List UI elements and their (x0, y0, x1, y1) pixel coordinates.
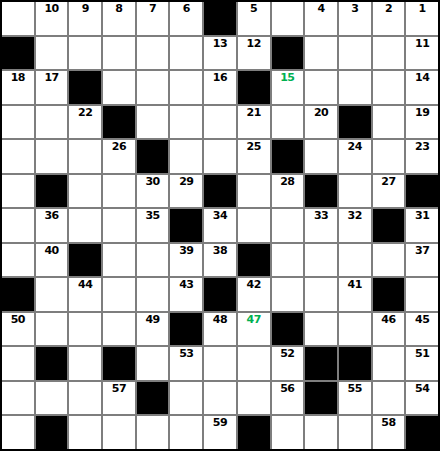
cell-r1c9[interactable] (272, 2, 304, 35)
clue-number-58: 58 (373, 416, 405, 429)
clue-number-25: 25 (238, 140, 270, 153)
clue-number-24: 24 (339, 140, 371, 153)
cell-r5c4[interactable]: 26 (103, 140, 135, 173)
cell-r8c13[interactable]: 37 (406, 244, 438, 277)
cell-r6c6[interactable]: 29 (170, 175, 202, 208)
cell-r7c2[interactable]: 36 (36, 209, 68, 242)
cell-r2c2[interactable] (36, 37, 68, 70)
cell-r8c9[interactable] (272, 244, 304, 277)
cell-r2c5[interactable] (137, 37, 169, 70)
cell-r5c3[interactable] (69, 140, 101, 173)
clue-number-16: 16 (204, 71, 236, 84)
cell-r2c10[interactable] (305, 37, 337, 70)
clue-number-23: 23 (406, 140, 438, 153)
cell-r12c3[interactable] (69, 382, 101, 415)
cell-r1c3[interactable]: 9 (69, 2, 101, 35)
cell-r1c12[interactable]: 2 (373, 2, 405, 35)
cell-r12c4[interactable]: 57 (103, 382, 135, 415)
clue-number-52: 52 (272, 347, 304, 360)
cell-r8c2[interactable]: 40 (36, 244, 68, 277)
black-cell-r11c2 (36, 347, 68, 380)
cell-r4c1[interactable] (2, 106, 34, 139)
cell-r12c12[interactable] (373, 382, 405, 415)
cell-r6c9[interactable]: 28 (272, 175, 304, 208)
clue-number-34: 34 (204, 209, 236, 222)
black-cell-r11c4 (103, 347, 135, 380)
cell-r12c11[interactable]: 55 (339, 382, 371, 415)
clue-number-1: 1 (406, 2, 438, 15)
clue-number-11: 11 (406, 37, 438, 50)
clue-number-20: 20 (305, 106, 337, 119)
clue-number-30: 30 (137, 175, 169, 188)
black-cell-r9c7 (204, 278, 236, 311)
clue-number-19: 19 (406, 106, 438, 119)
clue-number-44: 44 (69, 278, 101, 291)
black-cell-r13c13 (406, 416, 438, 449)
cell-r1c13[interactable]: 1 (406, 2, 438, 35)
cell-r4c5[interactable] (137, 106, 169, 139)
cell-r11c12[interactable] (373, 347, 405, 380)
cell-r1c5[interactable]: 7 (137, 2, 169, 35)
cell-r13c3[interactable] (69, 416, 101, 449)
clue-number-14: 14 (406, 71, 438, 84)
cell-r4c3[interactable]: 22 (69, 106, 101, 139)
cell-r10c13[interactable]: 45 (406, 313, 438, 346)
cell-r13c9[interactable] (272, 416, 304, 449)
cell-r3c4[interactable] (103, 71, 135, 104)
clue-number-33: 33 (305, 209, 337, 222)
cell-r1c11[interactable]: 3 (339, 2, 371, 35)
cell-r9c3[interactable]: 44 (69, 278, 101, 311)
cell-r9c6[interactable]: 43 (170, 278, 202, 311)
clue-number-17: 17 (36, 71, 68, 84)
black-cell-r3c8 (238, 71, 270, 104)
cell-r13c7[interactable]: 59 (204, 416, 236, 449)
cell-r4c13[interactable]: 19 (406, 106, 438, 139)
cell-r13c11[interactable] (339, 416, 371, 449)
clue-number-18: 18 (2, 71, 34, 84)
cell-r13c6[interactable] (170, 416, 202, 449)
cell-r9c11[interactable]: 41 (339, 278, 371, 311)
black-cell-r11c10 (305, 347, 337, 380)
clue-number-31: 31 (406, 209, 438, 222)
cell-r1c6[interactable]: 6 (170, 2, 202, 35)
cell-r11c1[interactable] (2, 347, 34, 380)
black-cell-r2c9 (272, 37, 304, 70)
clue-number-37: 37 (406, 244, 438, 257)
cell-r10c7[interactable]: 48 (204, 313, 236, 346)
cell-r10c8[interactable]: 47 (238, 313, 270, 346)
cell-r4c10[interactable]: 20 (305, 106, 337, 139)
clue-number-29: 29 (170, 175, 202, 188)
cell-r10c1[interactable]: 50 (2, 313, 34, 346)
clue-number-8: 8 (103, 2, 135, 15)
cell-r8c10[interactable] (305, 244, 337, 277)
clue-number-41: 41 (339, 278, 371, 291)
clue-number-13: 13 (204, 37, 236, 50)
cell-r13c4[interactable] (103, 416, 135, 449)
cell-r12c1[interactable] (2, 382, 34, 415)
black-cell-r4c11 (339, 106, 371, 139)
cell-r3c1[interactable]: 18 (2, 71, 34, 104)
cell-r12c13[interactable]: 54 (406, 382, 438, 415)
black-cell-r6c10 (305, 175, 337, 208)
cell-r6c12[interactable]: 27 (373, 175, 405, 208)
clue-number-56: 56 (272, 382, 304, 395)
cell-r5c12[interactable] (373, 140, 405, 173)
clue-number-51: 51 (406, 347, 438, 360)
cell-r12c9[interactable]: 56 (272, 382, 304, 415)
clue-number-6: 6 (170, 2, 202, 15)
black-cell-r6c2 (36, 175, 68, 208)
cell-r7c8[interactable] (238, 209, 270, 242)
cell-r4c9[interactable] (272, 106, 304, 139)
clue-number-55: 55 (339, 382, 371, 395)
cell-r1c8[interactable]: 5 (238, 2, 270, 35)
cell-r5c6[interactable] (170, 140, 202, 173)
black-cell-r11c11 (339, 347, 371, 380)
cell-r2c13[interactable]: 11 (406, 37, 438, 70)
black-cell-r5c9 (272, 140, 304, 173)
cell-r9c4[interactable] (103, 278, 135, 311)
cell-r11c3[interactable] (69, 347, 101, 380)
cell-r2c7[interactable]: 13 (204, 37, 236, 70)
cell-r10c5[interactable]: 49 (137, 313, 169, 346)
clue-number-28: 28 (272, 175, 304, 188)
cell-r13c10[interactable] (305, 416, 337, 449)
clue-number-27: 27 (373, 175, 405, 188)
clue-number-35: 35 (137, 209, 169, 222)
cell-r3c2[interactable]: 17 (36, 71, 68, 104)
cell-r6c4[interactable] (103, 175, 135, 208)
cell-r5c10[interactable] (305, 140, 337, 173)
cell-r7c5[interactable]: 35 (137, 209, 169, 242)
cell-r2c6[interactable] (170, 37, 202, 70)
clue-number-21: 21 (238, 106, 270, 119)
cell-r10c12[interactable]: 46 (373, 313, 405, 346)
cell-r5c13[interactable]: 23 (406, 140, 438, 173)
clue-number-26: 26 (103, 140, 135, 153)
cell-r4c7[interactable] (204, 106, 236, 139)
cell-r8c7[interactable]: 38 (204, 244, 236, 277)
black-cell-r8c3 (69, 244, 101, 277)
cell-r4c2[interactable] (36, 106, 68, 139)
cell-r1c1[interactable] (2, 2, 34, 35)
cell-r13c1[interactable] (2, 416, 34, 449)
cell-r9c9[interactable] (272, 278, 304, 311)
clue-number-47: 47 (238, 313, 270, 326)
clue-number-22: 22 (69, 106, 101, 119)
clue-number-3: 3 (339, 2, 371, 15)
cell-r2c12[interactable] (373, 37, 405, 70)
cell-r3c6[interactable] (170, 71, 202, 104)
cell-r6c5[interactable]: 30 (137, 175, 169, 208)
cell-r2c3[interactable] (69, 37, 101, 70)
cell-r7c10[interactable]: 33 (305, 209, 337, 242)
black-cell-r12c10 (305, 382, 337, 415)
cell-r9c2[interactable] (36, 278, 68, 311)
cell-r10c3[interactable] (69, 313, 101, 346)
cell-r3c9[interactable]: 15 (272, 71, 304, 104)
black-cell-r5c5 (137, 140, 169, 173)
cell-r2c11[interactable] (339, 37, 371, 70)
cell-r7c1[interactable] (2, 209, 34, 242)
cell-r13c5[interactable] (137, 416, 169, 449)
cell-r5c2[interactable] (36, 140, 68, 173)
clue-number-7: 7 (137, 2, 169, 15)
black-cell-r9c12 (373, 278, 405, 311)
cell-r1c2[interactable]: 10 (36, 2, 68, 35)
black-cell-r13c8 (238, 416, 270, 449)
cell-r3c5[interactable] (137, 71, 169, 104)
clue-number-5: 5 (238, 2, 270, 15)
cell-r4c6[interactable] (170, 106, 202, 139)
cell-r12c2[interactable] (36, 382, 68, 415)
cell-r9c5[interactable] (137, 278, 169, 311)
black-cell-r7c12 (373, 209, 405, 242)
cell-r6c8[interactable] (238, 175, 270, 208)
cell-r7c7[interactable]: 34 (204, 209, 236, 242)
clue-number-59: 59 (204, 416, 236, 429)
cell-r12c7[interactable] (204, 382, 236, 415)
cell-r7c3[interactable] (69, 209, 101, 242)
clue-number-12: 12 (238, 37, 270, 50)
black-cell-r8c8 (238, 244, 270, 277)
cell-r9c8[interactable]: 42 (238, 278, 270, 311)
cell-r3c12[interactable] (373, 71, 405, 104)
cell-r7c4[interactable] (103, 209, 135, 242)
black-cell-r7c6 (170, 209, 202, 242)
cell-r7c11[interactable]: 32 (339, 209, 371, 242)
black-cell-r3c3 (69, 71, 101, 104)
cell-r1c10[interactable]: 4 (305, 2, 337, 35)
clue-number-32: 32 (339, 209, 371, 222)
cell-r12c8[interactable] (238, 382, 270, 415)
cell-r9c13[interactable] (406, 278, 438, 311)
cell-r8c5[interactable] (137, 244, 169, 277)
black-cell-r1c7 (204, 2, 236, 35)
black-cell-r6c7 (204, 175, 236, 208)
cell-r11c6[interactable]: 53 (170, 347, 202, 380)
cell-r13c12[interactable]: 58 (373, 416, 405, 449)
clue-number-49: 49 (137, 313, 169, 326)
cell-r10c4[interactable] (103, 313, 135, 346)
cell-r6c3[interactable] (69, 175, 101, 208)
cell-r1c4[interactable]: 8 (103, 2, 135, 35)
clue-number-53: 53 (170, 347, 202, 360)
cell-r8c4[interactable] (103, 244, 135, 277)
cell-r8c11[interactable] (339, 244, 371, 277)
clue-number-43: 43 (170, 278, 202, 291)
black-cell-r4c4 (103, 106, 135, 139)
cell-r3c7[interactable]: 16 (204, 71, 236, 104)
black-cell-r2c1 (2, 37, 34, 70)
black-cell-r13c2 (36, 416, 68, 449)
black-cell-r10c6 (170, 313, 202, 346)
cell-r11c7[interactable] (204, 347, 236, 380)
clue-number-50: 50 (2, 313, 34, 326)
black-cell-r10c9 (272, 313, 304, 346)
cell-r7c9[interactable] (272, 209, 304, 242)
clue-number-42: 42 (238, 278, 270, 291)
cell-r5c7[interactable] (204, 140, 236, 173)
clue-number-10: 10 (36, 2, 68, 15)
clue-number-4: 4 (305, 2, 337, 15)
cell-r11c9[interactable]: 52 (272, 347, 304, 380)
crossword-grid: 1098765432113121118171615142221201926252… (0, 0, 440, 451)
clue-number-57: 57 (103, 382, 135, 395)
cell-r8c1[interactable] (2, 244, 34, 277)
clue-number-40: 40 (36, 244, 68, 257)
clue-number-48: 48 (204, 313, 236, 326)
clue-number-36: 36 (36, 209, 68, 222)
cell-r6c1[interactable] (2, 175, 34, 208)
clue-number-46: 46 (373, 313, 405, 326)
cell-r11c8[interactable] (238, 347, 270, 380)
cell-r10c2[interactable] (36, 313, 68, 346)
cell-r8c12[interactable] (373, 244, 405, 277)
clue-number-39: 39 (170, 244, 202, 257)
cell-r5c8[interactable]: 25 (238, 140, 270, 173)
cell-r4c8[interactable]: 21 (238, 106, 270, 139)
clue-number-54: 54 (406, 382, 438, 395)
cell-r11c5[interactable] (137, 347, 169, 380)
clue-number-9: 9 (69, 2, 101, 15)
cell-r3c10[interactable] (305, 71, 337, 104)
cell-r5c11[interactable]: 24 (339, 140, 371, 173)
cell-r11c13[interactable]: 51 (406, 347, 438, 380)
clue-number-38: 38 (204, 244, 236, 257)
cell-r10c10[interactable] (305, 313, 337, 346)
cell-r6c11[interactable] (339, 175, 371, 208)
cell-r2c8[interactable]: 12 (238, 37, 270, 70)
cell-r3c11[interactable] (339, 71, 371, 104)
cell-r10c11[interactable] (339, 313, 371, 346)
clue-number-45: 45 (406, 313, 438, 326)
black-cell-r6c13 (406, 175, 438, 208)
black-cell-r12c5 (137, 382, 169, 415)
cell-r9c10[interactable] (305, 278, 337, 311)
cell-r3c13[interactable]: 14 (406, 71, 438, 104)
cell-r2c4[interactable] (103, 37, 135, 70)
cell-r12c6[interactable] (170, 382, 202, 415)
cell-r5c1[interactable] (2, 140, 34, 173)
black-cell-r9c1 (2, 278, 34, 311)
cell-r8c6[interactable]: 39 (170, 244, 202, 277)
cell-r4c12[interactable] (373, 106, 405, 139)
clue-number-2: 2 (373, 2, 405, 15)
clue-number-15: 15 (272, 71, 304, 84)
cell-r7c13[interactable]: 31 (406, 209, 438, 242)
